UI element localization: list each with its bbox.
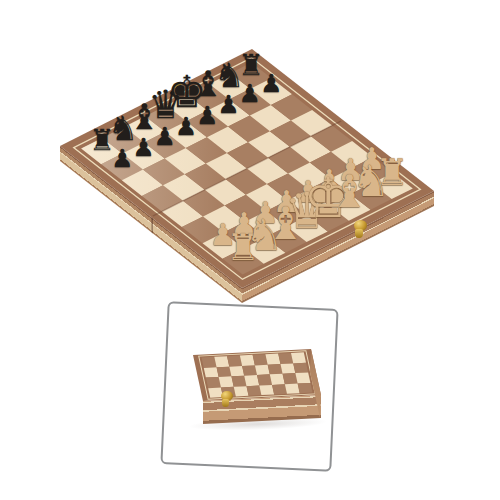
folded-box-checker-grid: [201, 352, 312, 397]
box-square: [293, 362, 308, 373]
brass-clasp-icon: [354, 220, 367, 238]
box-square: [295, 372, 310, 383]
box-square: [291, 352, 306, 363]
folded-box-top: [193, 349, 321, 401]
product-photo-canvas: ♜♞♝♛♚♝♞♜♟♟♟♟♟♟♟♟♟♟♟♟♟♟♟♟♜♞♝♛♚♝♞♜: [0, 0, 500, 500]
chess-board: [60, 49, 434, 288]
box-square: [298, 382, 313, 393]
box-brass-clasp-icon: [221, 391, 233, 407]
box-clasp-tab: [222, 399, 229, 407]
clasp-tab: [355, 229, 363, 238]
